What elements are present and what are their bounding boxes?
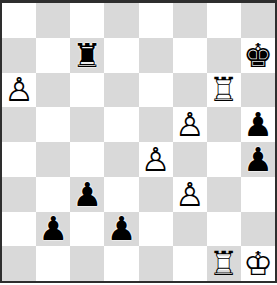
black-king[interactable]: ♚ (241, 38, 275, 73)
square-c8[interactable] (70, 3, 104, 38)
black-pawn-glyph-fill: ♟ (36, 212, 70, 247)
white-rook-glyph-outline: ♖ (207, 73, 241, 108)
black-pawn-glyph-fill: ♟ (104, 212, 138, 247)
square-d8[interactable] (104, 3, 138, 38)
square-d1[interactable] (104, 246, 138, 281)
square-g5[interactable] (207, 107, 241, 142)
square-e4[interactable]: ♟♙ (139, 142, 173, 177)
square-c7[interactable]: ♜ (70, 38, 104, 73)
square-f1[interactable] (173, 246, 207, 281)
square-f8[interactable] (173, 3, 207, 38)
square-c6[interactable] (70, 73, 104, 108)
white-rook[interactable]: ♜♖ (207, 73, 241, 108)
square-h1[interactable]: ♚♔ (241, 246, 275, 281)
square-g2[interactable] (207, 212, 241, 247)
square-h2[interactable] (241, 212, 275, 247)
square-a4[interactable] (2, 142, 36, 177)
white-king[interactable]: ♚♔ (241, 246, 275, 281)
square-h4[interactable]: ♟ (241, 142, 275, 177)
white-pawn-glyph-outline: ♙ (173, 177, 207, 212)
black-rook-glyph-fill: ♜ (70, 38, 104, 73)
square-h7[interactable]: ♚ (241, 38, 275, 73)
square-f3[interactable]: ♟♙ (173, 177, 207, 212)
white-pawn-glyph-outline: ♙ (173, 107, 207, 142)
square-e6[interactable] (139, 73, 173, 108)
square-d7[interactable] (104, 38, 138, 73)
white-rook-glyph-outline: ♖ (207, 246, 241, 281)
black-pawn[interactable]: ♟ (36, 212, 70, 247)
white-king-glyph-outline: ♔ (241, 246, 275, 281)
square-c2[interactable] (70, 212, 104, 247)
square-g8[interactable] (207, 3, 241, 38)
square-g7[interactable] (207, 38, 241, 73)
black-king-glyph-fill: ♚ (241, 38, 275, 73)
black-pawn[interactable]: ♟ (241, 107, 275, 142)
square-a5[interactable] (2, 107, 36, 142)
square-g6[interactable]: ♜♖ (207, 73, 241, 108)
square-c3[interactable]: ♟ (70, 177, 104, 212)
white-pawn-glyph-outline: ♙ (139, 142, 173, 177)
square-e2[interactable] (139, 212, 173, 247)
square-g1[interactable]: ♜♖ (207, 246, 241, 281)
square-e7[interactable] (139, 38, 173, 73)
white-pawn-glyph-outline: ♙ (2, 73, 36, 108)
square-a7[interactable] (2, 38, 36, 73)
square-d6[interactable] (104, 73, 138, 108)
black-pawn[interactable]: ♟ (104, 212, 138, 247)
black-pawn-glyph-fill: ♟ (70, 177, 104, 212)
square-e1[interactable] (139, 246, 173, 281)
square-b3[interactable] (36, 177, 70, 212)
square-f6[interactable] (173, 73, 207, 108)
square-a6[interactable]: ♟♙ (2, 73, 36, 108)
square-h6[interactable] (241, 73, 275, 108)
black-pawn[interactable]: ♟ (241, 142, 275, 177)
square-e5[interactable] (139, 107, 173, 142)
white-pawn[interactable]: ♟♙ (2, 73, 36, 108)
square-c5[interactable] (70, 107, 104, 142)
square-c4[interactable] (70, 142, 104, 177)
square-f7[interactable] (173, 38, 207, 73)
chess-diagram-page: ♜♚♟♙♜♖♟♙♟♟♙♟♟♟♙♟♟♜♖♚♔ (0, 0, 277, 285)
square-c1[interactable] (70, 246, 104, 281)
square-d4[interactable] (104, 142, 138, 177)
square-f4[interactable] (173, 142, 207, 177)
square-d5[interactable] (104, 107, 138, 142)
white-rook[interactable]: ♜♖ (207, 246, 241, 281)
white-pawn[interactable]: ♟♙ (173, 107, 207, 142)
square-b5[interactable] (36, 107, 70, 142)
chess-board: ♜♚♟♙♜♖♟♙♟♟♙♟♟♟♙♟♟♜♖♚♔ (0, 0, 277, 283)
square-b2[interactable]: ♟ (36, 212, 70, 247)
square-a1[interactable] (2, 246, 36, 281)
square-e8[interactable] (139, 3, 173, 38)
square-a2[interactable] (2, 212, 36, 247)
square-h8[interactable] (241, 3, 275, 38)
square-a3[interactable] (2, 177, 36, 212)
black-pawn-glyph-fill: ♟ (241, 107, 275, 142)
square-d2[interactable]: ♟ (104, 212, 138, 247)
black-rook[interactable]: ♜ (70, 38, 104, 73)
square-b7[interactable] (36, 38, 70, 73)
square-a8[interactable] (2, 3, 36, 38)
square-h5[interactable]: ♟ (241, 107, 275, 142)
square-b4[interactable] (36, 142, 70, 177)
square-f2[interactable] (173, 212, 207, 247)
black-pawn[interactable]: ♟ (70, 177, 104, 212)
square-b8[interactable] (36, 3, 70, 38)
square-g4[interactable] (207, 142, 241, 177)
square-b6[interactable] (36, 73, 70, 108)
square-g3[interactable] (207, 177, 241, 212)
square-e3[interactable] (139, 177, 173, 212)
square-d3[interactable] (104, 177, 138, 212)
white-pawn[interactable]: ♟♙ (139, 142, 173, 177)
black-pawn-glyph-fill: ♟ (241, 142, 275, 177)
white-pawn[interactable]: ♟♙ (173, 177, 207, 212)
square-h3[interactable] (241, 177, 275, 212)
square-b1[interactable] (36, 246, 70, 281)
square-f5[interactable]: ♟♙ (173, 107, 207, 142)
